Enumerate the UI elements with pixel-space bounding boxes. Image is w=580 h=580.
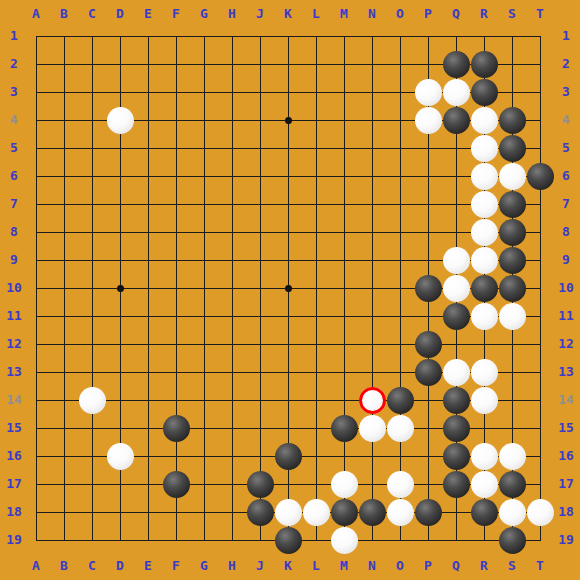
row-label-right: 13 [552, 362, 580, 382]
row-label-left: 11 [0, 306, 28, 326]
row-label-right: 7 [552, 194, 580, 214]
stone-black [443, 443, 470, 470]
stone-black [443, 51, 470, 78]
stone-white [79, 387, 106, 414]
column-label-top: O [386, 4, 414, 24]
stone-black [415, 331, 442, 358]
grid-line-vertical [344, 36, 345, 541]
star-point [285, 285, 292, 292]
grid-line-vertical [540, 36, 541, 541]
row-label-left: 16 [0, 446, 28, 466]
stone-white [443, 275, 470, 302]
column-label-bottom: H [218, 556, 246, 576]
stone-white [331, 471, 358, 498]
stone-black [443, 107, 470, 134]
column-label-top: T [526, 4, 554, 24]
column-label-bottom: R [470, 556, 498, 576]
stone-black [471, 499, 498, 526]
row-label-left: 7 [0, 194, 28, 214]
column-label-bottom: K [274, 556, 302, 576]
column-label-bottom: A [22, 556, 50, 576]
stone-black [415, 275, 442, 302]
column-label-top: G [190, 4, 218, 24]
stone-white [499, 163, 526, 190]
stone-white [415, 107, 442, 134]
row-label-right: 8 [552, 222, 580, 242]
stone-white [387, 471, 414, 498]
stone-white [359, 387, 386, 414]
stone-white [499, 443, 526, 470]
row-label-left: 1 [0, 26, 28, 46]
column-label-bottom: P [414, 556, 442, 576]
stone-white [499, 499, 526, 526]
stone-black [499, 191, 526, 218]
row-label-right: 1 [552, 26, 580, 46]
stone-white [107, 107, 134, 134]
stone-white [471, 359, 498, 386]
stone-white [471, 471, 498, 498]
stone-black [359, 499, 386, 526]
stone-white [471, 387, 498, 414]
column-label-top: J [246, 4, 274, 24]
grid-line-horizontal [36, 344, 541, 345]
go-app: { "game": "go", "board_size": 19, "posit… [0, 0, 580, 580]
row-label-left: 17 [0, 474, 28, 494]
column-label-bottom: G [190, 556, 218, 576]
row-label-right: 19 [552, 530, 580, 550]
column-label-top: B [50, 4, 78, 24]
stone-black [471, 275, 498, 302]
stone-black [499, 247, 526, 274]
stone-black [331, 499, 358, 526]
stone-black [443, 387, 470, 414]
row-label-right: 5 [552, 138, 580, 158]
grid-line-vertical [316, 36, 317, 541]
row-label-right: 9 [552, 250, 580, 270]
row-label-right: 12 [552, 334, 580, 354]
row-label-right: 4 [552, 110, 580, 130]
stone-white [471, 303, 498, 330]
grid-line-vertical [372, 36, 373, 541]
stone-white [359, 415, 386, 442]
stone-black [499, 275, 526, 302]
stone-white [471, 135, 498, 162]
stone-black [527, 163, 554, 190]
row-label-right: 17 [552, 474, 580, 494]
row-label-left: 2 [0, 54, 28, 74]
stone-black [415, 499, 442, 526]
column-label-top: Q [442, 4, 470, 24]
column-label-bottom: Q [442, 556, 470, 576]
stone-white [499, 303, 526, 330]
stone-black [443, 303, 470, 330]
column-label-bottom: J [246, 556, 274, 576]
row-label-right: 16 [552, 446, 580, 466]
stone-black [443, 415, 470, 442]
column-label-top: R [470, 4, 498, 24]
row-label-right: 2 [552, 54, 580, 74]
stone-white [471, 191, 498, 218]
stone-white [443, 79, 470, 106]
stone-black [247, 499, 274, 526]
row-label-left: 12 [0, 334, 28, 354]
column-label-bottom: C [78, 556, 106, 576]
stone-black [163, 415, 190, 442]
column-label-top: K [274, 4, 302, 24]
grid-line-vertical [400, 36, 401, 541]
column-label-top: N [358, 4, 386, 24]
row-label-left: 19 [0, 530, 28, 550]
stone-black [331, 415, 358, 442]
stone-black [163, 471, 190, 498]
row-label-right: 6 [552, 166, 580, 186]
column-label-bottom: L [302, 556, 330, 576]
row-label-left: 8 [0, 222, 28, 242]
row-label-left: 10 [0, 278, 28, 298]
stone-white [471, 247, 498, 274]
row-label-left: 13 [0, 362, 28, 382]
stone-black [471, 79, 498, 106]
column-label-top: S [498, 4, 526, 24]
column-label-bottom: O [386, 556, 414, 576]
stone-black [247, 471, 274, 498]
column-label-bottom: T [526, 556, 554, 576]
stone-black [499, 219, 526, 246]
column-label-bottom: M [330, 556, 358, 576]
row-label-right: 10 [552, 278, 580, 298]
stone-white [415, 79, 442, 106]
stone-black [387, 387, 414, 414]
stone-black [499, 107, 526, 134]
stone-black [499, 471, 526, 498]
column-label-bottom: F [162, 556, 190, 576]
column-label-bottom: N [358, 556, 386, 576]
stone-white [471, 443, 498, 470]
star-point [285, 117, 292, 124]
row-label-left: 9 [0, 250, 28, 270]
stone-white [443, 247, 470, 274]
stone-black [499, 527, 526, 554]
row-label-left: 14 [0, 390, 28, 410]
row-label-right: 14 [552, 390, 580, 410]
stone-black [471, 51, 498, 78]
row-label-left: 18 [0, 502, 28, 522]
column-label-top: A [22, 4, 50, 24]
star-point [117, 285, 124, 292]
row-label-left: 4 [0, 110, 28, 130]
column-label-top: L [302, 4, 330, 24]
column-label-top: D [106, 4, 134, 24]
stone-black [275, 527, 302, 554]
column-label-bottom: S [498, 556, 526, 576]
stone-black [443, 471, 470, 498]
column-label-bottom: D [106, 556, 134, 576]
column-label-top: E [134, 4, 162, 24]
stone-white [387, 499, 414, 526]
column-label-top: M [330, 4, 358, 24]
row-label-left: 6 [0, 166, 28, 186]
last-move-marker [359, 387, 386, 414]
column-label-top: F [162, 4, 190, 24]
column-label-top: P [414, 4, 442, 24]
column-label-top: C [78, 4, 106, 24]
row-label-right: 11 [552, 306, 580, 326]
stone-black [415, 359, 442, 386]
stone-white [471, 219, 498, 246]
stone-white [275, 499, 302, 526]
row-label-left: 5 [0, 138, 28, 158]
stone-black [275, 443, 302, 470]
row-label-right: 15 [552, 418, 580, 438]
stone-white [303, 499, 330, 526]
row-label-right: 18 [552, 502, 580, 522]
stone-white [471, 107, 498, 134]
column-label-bottom: B [50, 556, 78, 576]
row-label-left: 3 [0, 82, 28, 102]
stone-white [527, 499, 554, 526]
row-label-left: 15 [0, 418, 28, 438]
stone-white [331, 527, 358, 554]
row-label-right: 3 [552, 82, 580, 102]
stone-black [499, 135, 526, 162]
stone-white [387, 415, 414, 442]
stone-white [443, 359, 470, 386]
stone-white [107, 443, 134, 470]
go-board[interactable]: AABBCCDDEEFFGGHHJJKKLLMMNNOOPPQQRRSSTT11… [0, 0, 580, 580]
stone-white [471, 163, 498, 190]
column-label-bottom: E [134, 556, 162, 576]
column-label-top: H [218, 4, 246, 24]
